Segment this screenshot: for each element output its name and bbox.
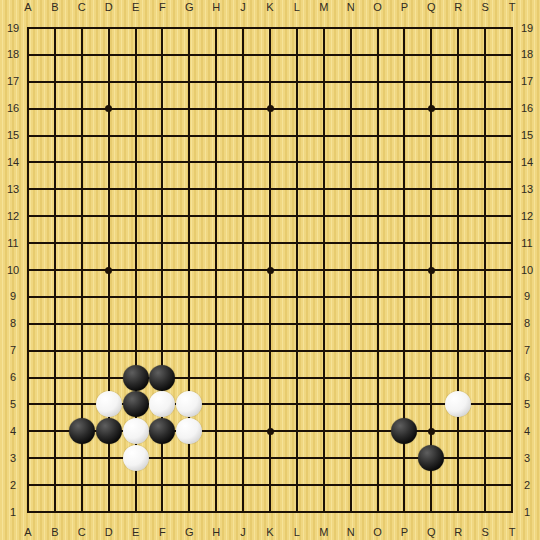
grid-line-vertical	[457, 27, 459, 513]
column-label-bottom: A	[19, 526, 37, 539]
row-label-left: 6	[0, 371, 26, 384]
row-label-right: 11	[514, 237, 540, 250]
row-label-right: 1	[514, 506, 540, 519]
row-label-right: 18	[514, 48, 540, 61]
column-label-top: A	[19, 1, 37, 14]
grid-line-vertical	[323, 27, 325, 513]
column-label-bottom: S	[476, 526, 494, 539]
column-label-bottom: D	[100, 526, 118, 539]
row-label-left: 11	[0, 237, 26, 250]
star-point	[267, 267, 274, 274]
column-label-top: S	[476, 1, 494, 14]
grid-line-vertical	[484, 27, 486, 513]
white-stone	[176, 418, 202, 444]
star-point	[428, 105, 435, 112]
column-label-bottom: T	[503, 526, 521, 539]
go-board[interactable]: AABBCCDDEEFFGGHHJJKKLLMMNNOOPPQQRRSSTT19…	[0, 0, 540, 540]
column-label-bottom: B	[46, 526, 64, 539]
column-label-top: J	[234, 1, 252, 14]
row-label-right: 8	[514, 317, 540, 330]
star-point	[267, 428, 274, 435]
column-label-top: P	[395, 1, 413, 14]
row-label-right: 15	[514, 129, 540, 142]
column-label-bottom: P	[395, 526, 413, 539]
column-label-top: G	[180, 1, 198, 14]
row-label-left: 17	[0, 75, 26, 88]
black-stone	[96, 418, 122, 444]
column-label-top: K	[261, 1, 279, 14]
black-stone	[123, 391, 149, 417]
row-label-left: 18	[0, 48, 26, 61]
row-label-left: 5	[0, 398, 26, 411]
row-label-right: 16	[514, 102, 540, 115]
column-label-bottom: C	[73, 526, 91, 539]
column-label-bottom: Q	[422, 526, 440, 539]
column-label-bottom: N	[342, 526, 360, 539]
white-stone	[123, 445, 149, 471]
column-label-bottom: G	[180, 526, 198, 539]
star-point	[428, 267, 435, 274]
row-label-left: 9	[0, 290, 26, 303]
row-label-right: 14	[514, 156, 540, 169]
black-stone	[69, 418, 95, 444]
column-label-bottom: O	[369, 526, 387, 539]
black-stone	[123, 365, 149, 391]
row-label-left: 7	[0, 344, 26, 357]
row-label-right: 17	[514, 75, 540, 88]
grid-line-horizontal	[27, 511, 513, 513]
row-label-right: 7	[514, 344, 540, 357]
row-label-left: 3	[0, 452, 26, 465]
go-board-screen: AABBCCDDEEFFGGHHJJKKLLMMNNOOPPQQRRSSTT19…	[0, 0, 540, 540]
row-label-left: 10	[0, 264, 26, 277]
black-stone	[149, 418, 175, 444]
white-stone	[123, 418, 149, 444]
white-stone	[149, 391, 175, 417]
column-label-top: R	[449, 1, 467, 14]
row-label-right: 13	[514, 183, 540, 196]
column-label-top: M	[315, 1, 333, 14]
row-label-right: 10	[514, 264, 540, 277]
column-label-bottom: R	[449, 526, 467, 539]
column-label-top: F	[153, 1, 171, 14]
star-point	[105, 105, 112, 112]
grid-line-vertical	[511, 27, 513, 513]
row-label-right: 5	[514, 398, 540, 411]
grid-line-vertical	[350, 27, 352, 513]
row-label-right: 6	[514, 371, 540, 384]
column-label-top: T	[503, 1, 521, 14]
column-label-bottom: K	[261, 526, 279, 539]
column-label-top: L	[288, 1, 306, 14]
white-stone	[445, 391, 471, 417]
black-stone	[391, 418, 417, 444]
column-label-top: O	[369, 1, 387, 14]
row-label-left: 14	[0, 156, 26, 169]
column-label-bottom: J	[234, 526, 252, 539]
grid-line-horizontal	[27, 323, 513, 325]
column-label-top: D	[100, 1, 118, 14]
row-label-right: 9	[514, 290, 540, 303]
column-label-bottom: M	[315, 526, 333, 539]
row-label-left: 4	[0, 425, 26, 438]
row-label-left: 8	[0, 317, 26, 330]
grid-line-vertical	[377, 27, 379, 513]
row-label-left: 19	[0, 22, 26, 35]
column-label-top: C	[73, 1, 91, 14]
grid-line-vertical	[296, 27, 298, 513]
column-label-top: B	[46, 1, 64, 14]
row-label-right: 2	[514, 479, 540, 492]
grid-line-horizontal	[27, 296, 513, 298]
row-label-right: 19	[514, 22, 540, 35]
white-stone	[96, 391, 122, 417]
column-label-top: Q	[422, 1, 440, 14]
star-point	[105, 267, 112, 274]
row-label-left: 15	[0, 129, 26, 142]
row-label-left: 2	[0, 479, 26, 492]
row-label-left: 13	[0, 183, 26, 196]
black-stone	[418, 445, 444, 471]
column-label-top: E	[127, 1, 145, 14]
column-label-bottom: E	[127, 526, 145, 539]
grid-line-horizontal	[27, 377, 513, 379]
row-label-right: 4	[514, 425, 540, 438]
column-label-top: N	[342, 1, 360, 14]
grid-line-horizontal	[27, 484, 513, 486]
column-label-bottom: H	[207, 526, 225, 539]
row-label-right: 3	[514, 452, 540, 465]
white-stone	[176, 391, 202, 417]
row-label-left: 12	[0, 210, 26, 223]
star-point	[428, 428, 435, 435]
grid-line-horizontal	[27, 350, 513, 352]
column-label-bottom: F	[153, 526, 171, 539]
black-stone	[149, 365, 175, 391]
row-label-left: 16	[0, 102, 26, 115]
row-label-left: 1	[0, 506, 26, 519]
row-label-right: 12	[514, 210, 540, 223]
column-label-bottom: L	[288, 526, 306, 539]
star-point	[267, 105, 274, 112]
column-label-top: H	[207, 1, 225, 14]
